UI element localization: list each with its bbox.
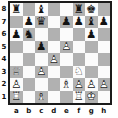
black-knight-piece[interactable]: ♞ bbox=[23, 28, 36, 41]
white-king-outline: ♔ bbox=[85, 91, 98, 104]
square-c3[interactable]: ♟♙ bbox=[35, 66, 48, 79]
white-rook-piece[interactable]: ♜♖ bbox=[10, 91, 23, 104]
rank-label-8: 8 bbox=[0, 3, 8, 16]
square-d1[interactable] bbox=[48, 91, 61, 104]
square-h1[interactable] bbox=[98, 91, 111, 104]
square-b3[interactable] bbox=[23, 66, 36, 79]
square-h5[interactable] bbox=[98, 41, 111, 54]
chess-board[interactable]: ♜♝♜♚♟♛♟♟♝♟♟♞♟♟♟♙♟♙♛♕♟♙♞♘♟♙♝♗♟♙♟♙♟♙♜♖♝♗♜♖… bbox=[8, 1, 112, 105]
square-b1[interactable] bbox=[23, 91, 36, 104]
file-label-d: d bbox=[48, 106, 61, 116]
black-pawn-piece[interactable]: ♟ bbox=[60, 16, 73, 29]
square-a6[interactable]: ♟ bbox=[10, 28, 23, 41]
white-pawn-outline: ♙ bbox=[35, 66, 48, 79]
square-h2[interactable]: ♟♙ bbox=[98, 78, 111, 91]
square-g6[interactable]: ♟ bbox=[85, 28, 98, 41]
square-h7[interactable]: ♟ bbox=[98, 16, 111, 29]
rank-label-1: 1 bbox=[0, 91, 8, 104]
white-pawn-piece[interactable]: ♟♙ bbox=[60, 41, 73, 54]
black-pawn-piece[interactable]: ♟ bbox=[98, 16, 111, 29]
square-f1[interactable]: ♜♖ bbox=[73, 91, 86, 104]
rank-label-6: 6 bbox=[0, 28, 8, 41]
file-labels: abcdefgh bbox=[10, 106, 110, 116]
file-label-c: c bbox=[35, 106, 48, 116]
file-label-b: b bbox=[23, 106, 36, 116]
square-d3[interactable] bbox=[48, 66, 61, 79]
white-bishop-piece[interactable]: ♝♗ bbox=[60, 78, 73, 91]
file-label-e: e bbox=[60, 106, 73, 116]
black-pawn-piece[interactable]: ♟ bbox=[73, 16, 86, 29]
rank-labels: 87654321 bbox=[0, 3, 8, 103]
rank-label-4: 4 bbox=[0, 53, 8, 66]
white-pawn-piece[interactable]: ♟♙ bbox=[35, 66, 48, 79]
white-pawn-outline: ♙ bbox=[98, 78, 111, 91]
file-label-h: h bbox=[98, 106, 111, 116]
white-pawn-piece[interactable]: ♟♙ bbox=[98, 78, 111, 91]
black-pawn-piece[interactable]: ♟ bbox=[85, 28, 98, 41]
square-f6[interactable] bbox=[73, 28, 86, 41]
square-d8[interactable] bbox=[48, 3, 61, 16]
square-e1[interactable] bbox=[60, 91, 73, 104]
white-pawn-outline: ♙ bbox=[60, 41, 73, 54]
square-e7[interactable]: ♟ bbox=[60, 16, 73, 29]
black-pawn-piece[interactable]: ♟ bbox=[35, 41, 48, 54]
white-king-piece[interactable]: ♚♔ bbox=[85, 91, 98, 104]
square-g4[interactable] bbox=[85, 53, 98, 66]
rank-label-7: 7 bbox=[0, 16, 8, 29]
white-rook-outline: ♖ bbox=[73, 91, 86, 104]
file-label-a: a bbox=[10, 106, 23, 116]
chess-diagram: 87654321 ♜♝♜♚♟♛♟♟♝♟♟♞♟♟♟♙♟♙♛♕♟♙♞♘♟♙♝♗♟♙♟… bbox=[0, 0, 118, 118]
square-c1[interactable]: ♝♗ bbox=[35, 91, 48, 104]
square-h6[interactable] bbox=[98, 28, 111, 41]
square-d7[interactable] bbox=[48, 16, 61, 29]
white-bishop-piece[interactable]: ♝♗ bbox=[35, 91, 48, 104]
rank-label-3: 3 bbox=[0, 66, 8, 79]
file-label-g: g bbox=[85, 106, 98, 116]
square-b2[interactable] bbox=[23, 78, 36, 91]
square-f7[interactable]: ♟ bbox=[73, 16, 86, 29]
square-e2[interactable]: ♝♗ bbox=[60, 78, 73, 91]
square-a5[interactable] bbox=[10, 41, 23, 54]
square-d2[interactable] bbox=[48, 78, 61, 91]
white-rook-piece[interactable]: ♜♖ bbox=[73, 91, 86, 104]
white-rook-outline: ♖ bbox=[10, 91, 23, 104]
white-bishop-outline: ♗ bbox=[60, 78, 73, 91]
square-c7[interactable]: ♛ bbox=[35, 16, 48, 29]
rank-label-5: 5 bbox=[0, 41, 8, 54]
square-g5[interactable] bbox=[85, 41, 98, 54]
square-e5[interactable]: ♟♙ bbox=[60, 41, 73, 54]
rank-label-2: 2 bbox=[0, 78, 8, 91]
white-pawn-outline: ♙ bbox=[48, 53, 61, 66]
square-b4[interactable] bbox=[23, 53, 36, 66]
square-d6[interactable] bbox=[48, 28, 61, 41]
square-b5[interactable] bbox=[23, 41, 36, 54]
black-rook-piece[interactable]: ♜ bbox=[10, 3, 23, 16]
square-a1[interactable]: ♜♖ bbox=[10, 91, 23, 104]
square-b6[interactable]: ♞ bbox=[23, 28, 36, 41]
square-g1[interactable]: ♚♔ bbox=[85, 91, 98, 104]
square-h4[interactable] bbox=[98, 53, 111, 66]
square-a8[interactable]: ♜ bbox=[10, 3, 23, 16]
square-f5[interactable] bbox=[73, 41, 86, 54]
black-pawn-piece[interactable]: ♟ bbox=[10, 28, 23, 41]
square-d4[interactable]: ♟♙ bbox=[48, 53, 61, 66]
white-pawn-piece[interactable]: ♟♙ bbox=[48, 53, 61, 66]
black-queen-piece[interactable]: ♛ bbox=[35, 16, 48, 29]
square-c5[interactable]: ♟ bbox=[35, 41, 48, 54]
file-label-f: f bbox=[73, 106, 86, 116]
square-e4[interactable] bbox=[60, 53, 73, 66]
white-bishop-outline: ♗ bbox=[35, 91, 48, 104]
